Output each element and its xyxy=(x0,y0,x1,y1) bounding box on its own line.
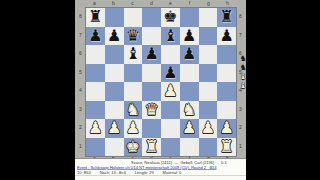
square-f6[interactable]: ♟ xyxy=(180,45,199,64)
square-h2[interactable]: ♟ xyxy=(217,119,236,138)
square-h4[interactable] xyxy=(217,82,236,101)
file-label-g: g xyxy=(199,1,218,6)
app-content-area: abcdefgh 87654321 ♜♚♜♟♟♛♝♟♟♝♟♟♟♟♞♛♞♟♟♟♟♟… xyxy=(75,0,246,180)
piece-black-pawn[interactable]: ♟ xyxy=(144,45,158,63)
file-label-e: e xyxy=(161,1,180,6)
square-g1[interactable] xyxy=(199,138,218,157)
square-b3[interactable] xyxy=(105,101,124,120)
rank-label-7: 7 xyxy=(77,26,84,45)
square-c3[interactable]: ♞ xyxy=(124,101,143,120)
square-a1[interactable] xyxy=(86,138,105,157)
rank-label-6: 6 xyxy=(77,44,84,63)
piece-black-queen[interactable]: ♛ xyxy=(126,27,140,45)
piece-white-king[interactable]: ♚ xyxy=(126,138,140,156)
captured-pieces-tray: ♞♞♝♝ xyxy=(239,54,247,90)
rank-label-3: 3 xyxy=(77,100,84,119)
square-e8[interactable]: ♚ xyxy=(161,8,180,27)
file-labels-top: abcdefgh xyxy=(85,1,237,6)
square-h3[interactable] xyxy=(217,101,236,120)
piece-black-bishop[interactable]: ♝ xyxy=(126,45,140,63)
screenshot-root: { "game": "chess", "position": { "fen": … xyxy=(0,0,320,180)
square-g5[interactable] xyxy=(199,64,218,83)
piece-white-rook[interactable]: ♜ xyxy=(219,138,233,156)
players-result-line: Svace, Nicolaus (2411) — Gebell, Carl (2… xyxy=(131,160,227,165)
square-f7[interactable]: ♟ xyxy=(180,27,199,46)
piece-black-pawn[interactable]: ♟ xyxy=(163,64,177,82)
piece-black-pawn[interactable]: ♟ xyxy=(182,45,196,63)
file-label-a: a xyxy=(85,1,104,6)
square-h1[interactable]: ♜ xyxy=(217,138,236,157)
square-e7[interactable]: ♝ xyxy=(161,27,180,46)
square-f1[interactable] xyxy=(180,138,199,157)
square-d4[interactable] xyxy=(142,82,161,101)
square-a7[interactable]: ♟ xyxy=(86,27,105,46)
square-c8[interactable] xyxy=(124,8,143,27)
rank-label-3: 3 xyxy=(237,100,244,119)
square-g3[interactable] xyxy=(199,101,218,120)
captured-white-bishop: ♝ xyxy=(239,72,247,81)
piece-black-rook[interactable]: ♜ xyxy=(88,8,102,26)
caption-panel: Svace, Nicolaus (2411) — Gebell, Carl (2… xyxy=(75,158,246,180)
piece-white-pawn[interactable]: ♟ xyxy=(201,119,215,137)
piece-white-rook[interactable]: ♜ xyxy=(144,138,158,156)
rank-label-8: 8 xyxy=(77,7,84,26)
piece-white-queen[interactable]: ♛ xyxy=(144,101,158,119)
square-d1[interactable]: ♜ xyxy=(142,138,161,157)
square-a3[interactable] xyxy=(86,101,105,120)
piece-white-knight[interactable]: ♞ xyxy=(182,101,196,119)
piece-white-pawn[interactable]: ♟ xyxy=(219,119,233,137)
square-d5[interactable] xyxy=(142,64,161,83)
square-d3[interactable]: ♛ xyxy=(142,101,161,120)
file-label-c: c xyxy=(123,1,142,6)
rank-label-2: 2 xyxy=(77,118,84,137)
rank-label-1: 1 xyxy=(237,137,244,156)
rank-label-7: 7 xyxy=(237,26,244,45)
square-b5[interactable] xyxy=(105,64,124,83)
square-d8[interactable] xyxy=(142,8,161,27)
square-g6[interactable] xyxy=(199,45,218,64)
chess-board[interactable]: ♜♚♜♟♟♛♝♟♟♝♟♟♟♟♞♛♞♟♟♟♟♟♟♚♜♜ xyxy=(85,7,237,157)
piece-white-pawn[interactable]: ♟ xyxy=(107,119,121,137)
rank-label-8: 8 xyxy=(237,7,244,26)
square-c4[interactable] xyxy=(124,82,143,101)
file-label-b: b xyxy=(104,1,123,6)
piece-black-pawn[interactable]: ♟ xyxy=(107,27,121,45)
rank-label-2: 2 xyxy=(237,118,244,137)
square-b2[interactable]: ♟ xyxy=(105,119,124,138)
piece-black-king[interactable]: ♚ xyxy=(163,8,177,26)
square-e1[interactable] xyxy=(161,138,180,157)
square-b6[interactable] xyxy=(105,45,124,64)
square-c6[interactable]: ♝ xyxy=(124,45,143,64)
square-b1[interactable] xyxy=(105,138,124,157)
square-e5[interactable]: ♟ xyxy=(161,64,180,83)
square-g4[interactable] xyxy=(199,82,218,101)
square-a5[interactable] xyxy=(86,64,105,83)
captured-black-knight: ♞ xyxy=(239,63,247,72)
square-e4[interactable]: ♟ xyxy=(161,82,180,101)
file-label-d: d xyxy=(142,1,161,6)
square-d2[interactable] xyxy=(142,119,161,138)
square-h5[interactable] xyxy=(217,64,236,83)
panel-divider xyxy=(75,175,246,176)
piece-black-pawn[interactable]: ♟ xyxy=(219,27,233,45)
piece-white-pawn[interactable]: ♟ xyxy=(182,119,196,137)
square-f5[interactable] xyxy=(180,64,199,83)
square-b8[interactable] xyxy=(105,8,124,27)
square-a6[interactable] xyxy=(86,45,105,64)
rank-label-4: 4 xyxy=(77,81,84,100)
file-label-h: h xyxy=(218,1,237,6)
square-b7[interactable]: ♟ xyxy=(105,27,124,46)
square-d7[interactable] xyxy=(142,27,161,46)
square-a8[interactable]: ♜ xyxy=(86,8,105,27)
piece-white-pawn[interactable]: ♟ xyxy=(88,119,102,137)
square-g2[interactable]: ♟ xyxy=(199,119,218,138)
rank-label-5: 5 xyxy=(77,63,84,82)
piece-black-pawn[interactable]: ♟ xyxy=(88,27,102,45)
piece-white-pawn[interactable]: ♟ xyxy=(163,82,177,100)
square-h8[interactable]: ♜ xyxy=(217,8,236,27)
square-c1[interactable]: ♚ xyxy=(124,138,143,157)
square-c2[interactable]: ♟ xyxy=(124,119,143,138)
square-d6[interactable]: ♟ xyxy=(142,45,161,64)
piece-black-bishop[interactable]: ♝ xyxy=(163,27,177,45)
square-f2[interactable]: ♟ xyxy=(180,119,199,138)
square-c7[interactable]: ♛ xyxy=(124,27,143,46)
square-c5[interactable] xyxy=(124,64,143,83)
event-link[interactable]: Event : Schleswig Holstein ch U14 NT mei… xyxy=(77,165,217,170)
square-f8[interactable] xyxy=(180,8,199,27)
square-h7[interactable]: ♟ xyxy=(217,27,236,46)
square-g8[interactable] xyxy=(199,8,218,27)
captured-black-knight: ♞ xyxy=(239,54,247,63)
square-e3[interactable] xyxy=(161,101,180,120)
captured-white-bishop: ♝ xyxy=(239,81,247,90)
piece-white-pawn[interactable]: ♟ xyxy=(126,119,140,137)
square-e2[interactable] xyxy=(161,119,180,138)
square-f3[interactable]: ♞ xyxy=(180,101,199,120)
rank-label-1: 1 xyxy=(77,137,84,156)
square-a2[interactable]: ♟ xyxy=(86,119,105,138)
file-label-f: f xyxy=(180,1,199,6)
piece-white-knight[interactable]: ♞ xyxy=(126,101,140,119)
square-f4[interactable] xyxy=(180,82,199,101)
piece-black-rook[interactable]: ♜ xyxy=(219,8,233,26)
square-g7[interactable] xyxy=(199,27,218,46)
square-e6[interactable] xyxy=(161,45,180,64)
piece-black-pawn[interactable]: ♟ xyxy=(182,27,196,45)
square-b4[interactable] xyxy=(105,82,124,101)
game-meta-line: 10 B53 Nach: 13...Bc6 Length: 29 Materia… xyxy=(77,170,181,175)
rank-labels-left: 87654321 xyxy=(77,7,84,155)
square-a4[interactable] xyxy=(86,82,105,101)
square-h6[interactable] xyxy=(217,45,236,64)
